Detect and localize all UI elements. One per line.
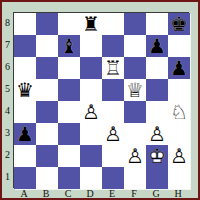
square-e8[interactable] xyxy=(102,13,124,35)
file-label-g: G xyxy=(145,189,167,200)
white-pawn-icon: ♟♙ xyxy=(168,145,190,167)
square-a3[interactable]: ♟♟ xyxy=(14,123,36,145)
square-d4[interactable]: ♟♙ xyxy=(80,101,102,123)
file-label-h: H xyxy=(167,189,189,200)
square-e5[interactable] xyxy=(102,79,124,101)
square-h8[interactable]: ♚♚ xyxy=(168,13,190,35)
black-pawn-icon: ♟♟ xyxy=(146,35,168,57)
file-label-e: E xyxy=(101,189,123,200)
rank-label-4: 4 xyxy=(2,100,13,122)
black-pawn-icon: ♟♟ xyxy=(168,57,190,79)
square-c7[interactable]: ♝♝ xyxy=(58,35,80,57)
square-e7[interactable] xyxy=(102,35,124,57)
square-a8[interactable] xyxy=(14,13,36,35)
square-a6[interactable] xyxy=(14,57,36,79)
square-f6[interactable] xyxy=(124,57,146,79)
file-label-c: C xyxy=(57,189,79,200)
square-g8[interactable] xyxy=(146,13,168,35)
square-c5[interactable] xyxy=(58,79,80,101)
square-b3[interactable] xyxy=(36,123,58,145)
square-b5[interactable] xyxy=(36,79,58,101)
square-b7[interactable] xyxy=(36,35,58,57)
square-a4[interactable] xyxy=(14,101,36,123)
white-pawn-icon: ♟♙ xyxy=(124,145,146,167)
file-labels: ABCDEFGH xyxy=(13,189,189,200)
square-d1[interactable] xyxy=(80,167,102,189)
square-d5[interactable] xyxy=(80,79,102,101)
white-rook-icon: ♜♖ xyxy=(102,57,124,79)
black-queen-icon: ♛♛ xyxy=(14,79,36,101)
white-knight-icon: ♞♘ xyxy=(168,101,190,123)
black-rook-icon: ♜♜ xyxy=(80,13,102,35)
square-d3[interactable] xyxy=(80,123,102,145)
square-e3[interactable]: ♟♙ xyxy=(102,123,124,145)
square-f5[interactable]: ♛♕ xyxy=(124,79,146,101)
square-d8[interactable]: ♜♜ xyxy=(80,13,102,35)
square-d6[interactable] xyxy=(80,57,102,79)
square-h2[interactable]: ♟♙ xyxy=(168,145,190,167)
square-b1[interactable] xyxy=(36,167,58,189)
rank-label-6: 6 xyxy=(2,56,13,78)
square-f3[interactable] xyxy=(124,123,146,145)
square-d7[interactable] xyxy=(80,35,102,57)
square-c1[interactable] xyxy=(58,167,80,189)
square-f2[interactable]: ♟♙ xyxy=(124,145,146,167)
square-b8[interactable] xyxy=(36,13,58,35)
square-a2[interactable] xyxy=(14,145,36,167)
square-c2[interactable] xyxy=(58,145,80,167)
rank-label-8: 8 xyxy=(2,12,13,34)
rank-label-3: 3 xyxy=(2,122,13,144)
square-h4[interactable]: ♞♘ xyxy=(168,101,190,123)
square-h7[interactable] xyxy=(168,35,190,57)
square-c6[interactable] xyxy=(58,57,80,79)
square-h5[interactable] xyxy=(168,79,190,101)
black-king-icon: ♚♚ xyxy=(168,13,190,35)
rank-labels: 87654321 xyxy=(2,12,13,188)
rank-label-2: 2 xyxy=(2,144,13,166)
file-label-d: D xyxy=(79,189,101,200)
square-b4[interactable] xyxy=(36,101,58,123)
square-c4[interactable] xyxy=(58,101,80,123)
square-b2[interactable] xyxy=(36,145,58,167)
white-pawn-icon: ♟♙ xyxy=(80,101,102,123)
square-a1[interactable] xyxy=(14,167,36,189)
square-h6[interactable]: ♟♟ xyxy=(168,57,190,79)
square-c8[interactable] xyxy=(58,13,80,35)
white-king-icon: ♚♔ xyxy=(146,145,168,167)
rank-label-5: 5 xyxy=(2,78,13,100)
square-g1[interactable] xyxy=(146,167,168,189)
square-g4[interactable] xyxy=(146,101,168,123)
white-pawn-icon: ♟♙ xyxy=(146,123,168,145)
square-h3[interactable] xyxy=(168,123,190,145)
square-f7[interactable] xyxy=(124,35,146,57)
square-f8[interactable] xyxy=(124,13,146,35)
chessboard-frame: 87654321 ♜♜♚♚♝♝♟♟♜♖♟♟♛♛♛♕♟♙♞♘♟♟♟♙♟♙♟♙♚♔♟… xyxy=(0,0,200,200)
board: ♜♜♚♚♝♝♟♟♜♖♟♟♛♛♛♕♟♙♞♘♟♟♟♙♟♙♟♙♚♔♟♙ xyxy=(13,12,189,188)
white-pawn-icon: ♟♙ xyxy=(102,123,124,145)
square-g6[interactable] xyxy=(146,57,168,79)
square-f4[interactable] xyxy=(124,101,146,123)
square-a5[interactable]: ♛♛ xyxy=(14,79,36,101)
square-g5[interactable] xyxy=(146,79,168,101)
black-bishop-icon: ♝♝ xyxy=(58,35,80,57)
square-e1[interactable] xyxy=(102,167,124,189)
square-a7[interactable] xyxy=(14,35,36,57)
rank-label-1: 1 xyxy=(2,166,13,188)
square-f1[interactable] xyxy=(124,167,146,189)
square-c3[interactable] xyxy=(58,123,80,145)
square-g2[interactable]: ♚♔ xyxy=(146,145,168,167)
file-label-b: B xyxy=(35,189,57,200)
file-label-f: F xyxy=(123,189,145,200)
white-queen-icon: ♛♕ xyxy=(124,79,146,101)
square-g3[interactable]: ♟♙ xyxy=(146,123,168,145)
square-e2[interactable] xyxy=(102,145,124,167)
square-e6[interactable]: ♜♖ xyxy=(102,57,124,79)
square-h1[interactable] xyxy=(168,167,190,189)
square-d2[interactable] xyxy=(80,145,102,167)
black-pawn-icon: ♟♟ xyxy=(14,123,36,145)
square-g7[interactable]: ♟♟ xyxy=(146,35,168,57)
square-e4[interactable] xyxy=(102,101,124,123)
rank-label-7: 7 xyxy=(2,34,13,56)
square-b6[interactable] xyxy=(36,57,58,79)
file-label-a: A xyxy=(13,189,35,200)
